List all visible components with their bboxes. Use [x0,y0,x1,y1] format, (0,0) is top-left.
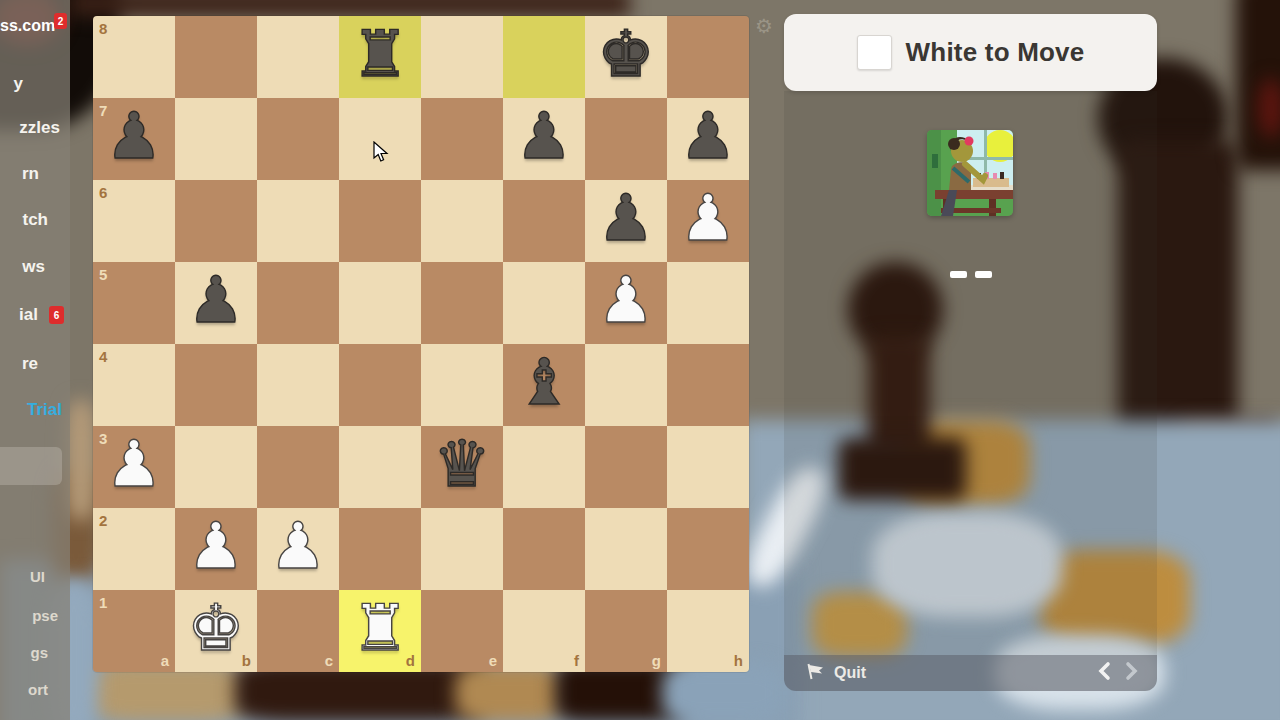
square-e7[interactable] [421,98,503,180]
sidebar-item-news[interactable]: ws [22,257,45,277]
puzzle-avatar [927,130,1013,216]
sidebar-footer-settings[interactable]: gs [30,644,48,661]
square-e4[interactable] [421,344,503,426]
sidebar-item-social[interactable]: ial [19,305,38,325]
white-side-square-icon [857,35,892,70]
square-d7[interactable] [339,98,421,180]
white-pawn[interactable]: ♟ [597,259,654,341]
square-g8[interactable]: ♚ [585,16,667,98]
square-e5[interactable] [421,262,503,344]
square-c4[interactable] [257,344,339,426]
sidebar-item-watch[interactable]: tch [23,210,49,230]
square-a7[interactable]: 7♟ [93,98,175,180]
previous-puzzle-chevron-icon[interactable] [1097,661,1112,685]
square-h6[interactable]: ♟ [667,180,749,262]
quit-button[interactable]: Quit [806,663,866,684]
file-label-f: f [574,653,579,668]
turn-indicator-header: White to Move [784,14,1157,91]
square-h1[interactable]: h [667,590,749,672]
square-f6[interactable] [503,180,585,262]
square-c8[interactable] [257,16,339,98]
square-b4[interactable] [175,344,257,426]
square-e3[interactable]: ♛ [421,426,503,508]
square-e1[interactable]: e [421,590,503,672]
rank-label-8: 8 [99,21,107,36]
dash-icon [975,271,992,278]
sidebar-item-free-trial[interactable]: Trial [27,400,62,420]
panel-footer-bar: Quit [784,655,1157,691]
square-h4[interactable] [667,344,749,426]
square-h3[interactable] [667,426,749,508]
social-notification-badge: 6 [49,306,64,324]
next-puzzle-chevron-icon[interactable] [1124,661,1139,685]
black-pawn[interactable]: ♟ [105,95,162,177]
square-c1[interactable]: c [257,590,339,672]
puzzle-panel: White to Move [784,14,1157,691]
square-a8[interactable]: 8 [93,16,175,98]
white-rook[interactable]: ♜ [351,587,408,669]
chess-board[interactable]: 8♜♚7♟♟♟6♟♟5♟♟4♝3♟♛2♟♟1ab♚cd♜efgh [93,16,749,672]
square-g1[interactable]: g [585,590,667,672]
sidebar-item-more[interactable]: re [22,354,38,374]
sidebar-item-play[interactable]: y [14,74,23,94]
square-c3[interactable] [257,426,339,508]
turn-indicator-label: White to Move [906,37,1085,68]
quit-label: Quit [834,664,866,682]
black-king[interactable]: ♚ [597,16,654,95]
black-queen[interactable]: ♛ [433,423,490,505]
square-d5[interactable] [339,262,421,344]
white-pawn[interactable]: ♟ [187,505,244,587]
sidebar-footer-support[interactable]: ort [28,681,48,698]
square-a3[interactable]: 3♟ [93,426,175,508]
site-logo[interactable]: ss.com [0,17,55,35]
logo-notification-badge: 2 [54,13,67,29]
square-b3[interactable] [175,426,257,508]
rank-label-1: 1 [99,595,107,610]
sidebar-item-puzzles[interactable]: zzles [19,118,60,138]
black-pawn[interactable]: ♟ [515,95,572,177]
square-d8[interactable]: ♜ [339,16,421,98]
square-h8[interactable] [667,16,749,98]
square-c7[interactable] [257,98,339,180]
sidebar-footer-collapse[interactable]: pse [32,607,58,624]
square-h2[interactable] [667,508,749,590]
square-g6[interactable]: ♟ [585,180,667,262]
square-h7[interactable]: ♟ [667,98,749,180]
square-d6[interactable] [339,180,421,262]
white-pawn[interactable]: ♟ [105,423,162,505]
square-g7[interactable] [585,98,667,180]
rank-label-6: 6 [99,185,107,200]
square-a2[interactable]: 2 [93,508,175,590]
square-g3[interactable] [585,426,667,508]
square-d4[interactable] [339,344,421,426]
square-e6[interactable] [421,180,503,262]
file-label-c: c [325,653,333,668]
square-b8[interactable] [175,16,257,98]
black-pawn[interactable]: ♟ [187,259,244,341]
square-d1[interactable]: d♜ [339,590,421,672]
square-b5[interactable]: ♟ [175,262,257,344]
black-rook[interactable]: ♜ [351,16,408,95]
square-a1[interactable]: 1a [93,590,175,672]
white-king[interactable]: ♚ [187,587,244,669]
rating-placeholder [784,271,1157,278]
sidebar-footer-ui[interactable]: UI [30,568,45,585]
square-c2[interactable]: ♟ [257,508,339,590]
square-e8[interactable] [421,16,503,98]
rank-label-4: 4 [99,349,107,364]
square-f4[interactable]: ♝ [503,344,585,426]
square-a6[interactable]: 6 [93,180,175,262]
square-d3[interactable] [339,426,421,508]
square-f8[interactable] [503,16,585,98]
square-f1[interactable]: f [503,590,585,672]
rank-label-5: 5 [99,267,107,282]
square-d2[interactable] [339,508,421,590]
gear-icon[interactable]: ⚙ [755,14,773,38]
file-label-g: g [652,653,661,668]
black-bishop[interactable]: ♝ [515,341,572,423]
square-g2[interactable] [585,508,667,590]
square-b1[interactable]: b♚ [175,590,257,672]
white-pawn[interactable]: ♟ [679,177,736,259]
black-pawn[interactable]: ♟ [679,95,736,177]
mouse-cursor [373,141,389,167]
file-label-e: e [489,653,497,668]
black-pawn[interactable]: ♟ [597,177,654,259]
square-f7[interactable]: ♟ [503,98,585,180]
file-label-h: h [734,653,743,668]
square-g5[interactable]: ♟ [585,262,667,344]
white-pawn[interactable]: ♟ [269,505,326,587]
flag-icon [806,663,825,684]
sidebar: ss.com 2 y zzles rn tch ws ial 6 re Tria… [0,0,70,720]
file-label-a: a [161,653,169,668]
square-e2[interactable] [421,508,503,590]
square-c6[interactable] [257,180,339,262]
sidebar-collapsed-box[interactable] [0,447,62,485]
square-f5[interactable] [503,262,585,344]
square-f2[interactable] [503,508,585,590]
rank-label-2: 2 [99,513,107,528]
square-b2[interactable]: ♟ [175,508,257,590]
square-g4[interactable] [585,344,667,426]
dash-icon [950,271,967,278]
square-a5[interactable]: 5 [93,262,175,344]
sidebar-item-learn[interactable]: rn [22,164,39,184]
square-b6[interactable] [175,180,257,262]
square-c5[interactable] [257,262,339,344]
square-b7[interactable] [175,98,257,180]
square-a4[interactable]: 4 [93,344,175,426]
square-h5[interactable] [667,262,749,344]
square-f3[interactable] [503,426,585,508]
